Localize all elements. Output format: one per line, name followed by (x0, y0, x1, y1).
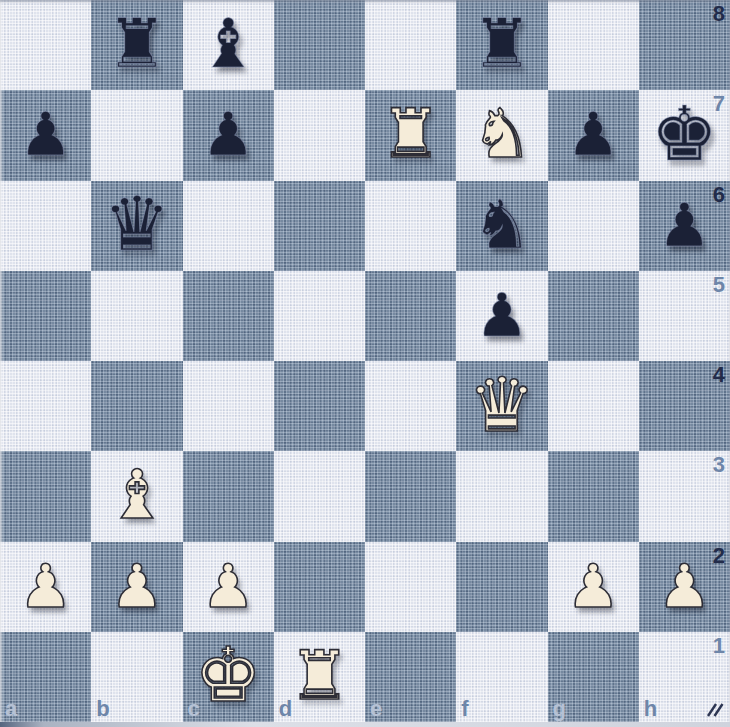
square-g6[interactable] (548, 181, 639, 271)
square-c6[interactable] (183, 181, 274, 271)
square-b8[interactable]: ♜ (91, 0, 182, 90)
to-move-indicator-icon (705, 702, 725, 718)
square-b7[interactable] (91, 90, 182, 180)
square-a6[interactable] (0, 181, 91, 271)
square-b3[interactable]: ♝ (91, 451, 182, 541)
square-d6[interactable] (274, 181, 365, 271)
square-d2[interactable] (274, 542, 365, 632)
square-f2[interactable] (456, 542, 547, 632)
square-f7[interactable]: ♞ (456, 90, 547, 180)
square-g1[interactable]: g (548, 632, 639, 722)
file-label-b: b (96, 698, 109, 720)
black-pawn[interactable]: ♟ (657, 195, 711, 257)
square-d1[interactable]: d♜ (274, 632, 365, 722)
black-king[interactable]: ♚ (651, 97, 718, 174)
square-g2[interactable]: ♟ (548, 542, 639, 632)
rank-label-2: 2 (713, 545, 725, 567)
file-label-f: f (461, 698, 468, 720)
square-g3[interactable] (548, 451, 639, 541)
black-bishop[interactable]: ♝ (198, 10, 259, 80)
square-e1[interactable]: e (365, 632, 456, 722)
square-a8[interactable] (0, 0, 91, 90)
square-c7[interactable]: ♟ (183, 90, 274, 180)
square-e4[interactable] (365, 361, 456, 451)
square-d3[interactable] (274, 451, 365, 541)
chess-board[interactable]: ♜♝♜8♟♟♜♞♟7♚♛♞6♟♟5♛4♝3♟♟♟♟2♟abc♚d♜efg1h (0, 0, 730, 722)
square-c8[interactable]: ♝ (183, 0, 274, 90)
rank-label-1: 1 (713, 635, 725, 657)
file-label-d: d (279, 698, 292, 720)
square-a2[interactable]: ♟ (0, 542, 91, 632)
black-pawn[interactable]: ♟ (201, 104, 255, 166)
square-e8[interactable] (365, 0, 456, 90)
square-a3[interactable] (0, 451, 91, 541)
square-a4[interactable] (0, 361, 91, 451)
square-c4[interactable] (183, 361, 274, 451)
square-h7[interactable]: 7♚ (639, 90, 730, 180)
square-g7[interactable]: ♟ (548, 90, 639, 180)
white-pawn[interactable]: ♟ (19, 556, 73, 618)
square-a7[interactable]: ♟ (0, 90, 91, 180)
square-h3[interactable]: 3 (639, 451, 730, 541)
black-knight[interactable]: ♞ (471, 191, 532, 261)
square-d8[interactable] (274, 0, 365, 90)
black-queen[interactable]: ♛ (103, 187, 170, 264)
square-e6[interactable] (365, 181, 456, 271)
black-pawn[interactable]: ♟ (475, 285, 529, 347)
square-a5[interactable] (0, 271, 91, 361)
square-h4[interactable]: 4 (639, 361, 730, 451)
square-e7[interactable]: ♜ (365, 90, 456, 180)
rank-label-3: 3 (713, 454, 725, 476)
rank-label-5: 5 (713, 274, 725, 296)
square-g4[interactable] (548, 361, 639, 451)
square-d4[interactable] (274, 361, 365, 451)
square-e2[interactable] (365, 542, 456, 632)
rank-label-4: 4 (713, 364, 725, 386)
file-label-c: c (188, 698, 200, 720)
square-g5[interactable] (548, 271, 639, 361)
white-king[interactable]: ♚ (195, 638, 262, 715)
square-c1[interactable]: c♚ (183, 632, 274, 722)
square-e5[interactable] (365, 271, 456, 361)
square-f3[interactable] (456, 451, 547, 541)
square-f1[interactable]: f (456, 632, 547, 722)
white-pawn[interactable]: ♟ (657, 556, 711, 618)
black-pawn[interactable]: ♟ (19, 104, 73, 166)
square-c2[interactable]: ♟ (183, 542, 274, 632)
file-label-e: e (370, 698, 382, 720)
square-g8[interactable] (548, 0, 639, 90)
square-h2[interactable]: 2♟ (639, 542, 730, 632)
square-b6[interactable]: ♛ (91, 181, 182, 271)
square-c5[interactable] (183, 271, 274, 361)
square-a1[interactable]: a (0, 632, 91, 722)
square-h5[interactable]: 5 (639, 271, 730, 361)
chess-diagram: ♜♝♜8♟♟♜♞♟7♚♛♞6♟♟5♛4♝3♟♟♟♟2♟abc♚d♜efg1h (0, 0, 730, 727)
file-label-g: g (553, 698, 566, 720)
white-queen[interactable]: ♛ (468, 368, 535, 445)
square-c3[interactable] (183, 451, 274, 541)
square-h8[interactable]: 8 (639, 0, 730, 90)
square-e3[interactable] (365, 451, 456, 541)
square-f5[interactable]: ♟ (456, 271, 547, 361)
square-f6[interactable]: ♞ (456, 181, 547, 271)
white-bishop[interactable]: ♝ (106, 461, 167, 531)
black-rook[interactable]: ♜ (471, 10, 532, 80)
white-knight[interactable]: ♞ (471, 100, 532, 170)
square-h6[interactable]: 6♟ (639, 181, 730, 271)
board-bottom-edge (0, 722, 730, 727)
square-b2[interactable]: ♟ (91, 542, 182, 632)
square-d5[interactable] (274, 271, 365, 361)
square-f8[interactable]: ♜ (456, 0, 547, 90)
rank-label-8: 8 (713, 3, 725, 25)
white-pawn[interactable]: ♟ (110, 556, 164, 618)
square-b1[interactable]: b (91, 632, 182, 722)
square-b4[interactable] (91, 361, 182, 451)
black-pawn[interactable]: ♟ (566, 104, 620, 166)
white-rook[interactable]: ♜ (289, 642, 350, 712)
file-label-h: h (644, 698, 657, 720)
white-pawn[interactable]: ♟ (566, 556, 620, 618)
square-f4[interactable]: ♛ (456, 361, 547, 451)
black-rook[interactable]: ♜ (106, 10, 167, 80)
square-b5[interactable] (91, 271, 182, 361)
square-h1[interactable]: 1h (639, 632, 730, 722)
file-label-a: a (5, 698, 17, 720)
rank-label-7: 7 (713, 93, 725, 115)
white-pawn[interactable]: ♟ (201, 556, 255, 618)
white-rook[interactable]: ♜ (380, 100, 441, 170)
square-d7[interactable] (274, 90, 365, 180)
rank-label-6: 6 (713, 184, 725, 206)
